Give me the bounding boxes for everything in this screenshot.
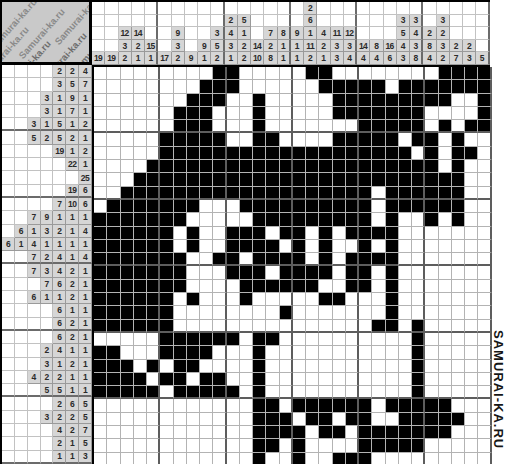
grid-cell-r13-c6[interactable] bbox=[160, 227, 173, 240]
grid-cell-r27-c10[interactable] bbox=[213, 413, 226, 426]
grid-cell-r12-c5[interactable] bbox=[147, 213, 160, 226]
grid-cell-r6-c29[interactable] bbox=[465, 133, 478, 146]
grid-cell-r18-c11[interactable] bbox=[227, 293, 240, 306]
grid-cell-r2-c7[interactable] bbox=[174, 80, 187, 93]
grid-cell-r23-c16[interactable] bbox=[293, 360, 306, 373]
grid-cell-r2-c8[interactable] bbox=[187, 80, 200, 93]
grid-cell-r7-c26[interactable] bbox=[425, 147, 438, 160]
grid-cell-r1-c4[interactable] bbox=[134, 67, 147, 80]
grid-cell-r18-c30[interactable] bbox=[478, 293, 491, 306]
grid-cell-r24-c15[interactable] bbox=[280, 373, 293, 386]
grid-cell-r6-c9[interactable] bbox=[200, 133, 213, 146]
grid-cell-r3-c26[interactable] bbox=[425, 94, 438, 107]
grid-cell-r27-c15[interactable] bbox=[280, 413, 293, 426]
grid-cell-r23-c24[interactable] bbox=[399, 360, 412, 373]
grid-cell-r3-c7[interactable] bbox=[174, 94, 187, 107]
grid-cell-r11-c1[interactable] bbox=[94, 200, 107, 213]
grid-cell-r20-c6[interactable] bbox=[160, 320, 173, 333]
grid-cell-r16-c26[interactable] bbox=[425, 266, 438, 279]
grid-cell-r12-c11[interactable] bbox=[227, 213, 240, 226]
grid-cell-r22-c1[interactable] bbox=[94, 346, 107, 359]
grid-cell-r30-c16[interactable] bbox=[293, 453, 306, 464]
grid-cell-r17-c1[interactable] bbox=[94, 280, 107, 293]
grid-cell-r22-c8[interactable] bbox=[187, 346, 200, 359]
grid-cell-r21-c16[interactable] bbox=[293, 333, 306, 346]
grid-cell-r5-c13[interactable] bbox=[253, 120, 266, 133]
grid-cell-r26-c25[interactable] bbox=[412, 399, 425, 412]
grid-cell-r10-c24[interactable] bbox=[399, 187, 412, 200]
grid-cell-r3-c20[interactable] bbox=[346, 94, 359, 107]
grid-cell-r2-c30[interactable] bbox=[478, 80, 491, 93]
grid-cell-r30-c18[interactable] bbox=[319, 453, 332, 464]
grid-cell-r22-c10[interactable] bbox=[213, 346, 226, 359]
grid-cell-r8-c18[interactable] bbox=[319, 160, 332, 173]
grid-cell-r26-c17[interactable] bbox=[306, 399, 319, 412]
grid-cell-r3-c15[interactable] bbox=[280, 94, 293, 107]
grid-cell-r27-c8[interactable] bbox=[187, 413, 200, 426]
grid-cell-r26-c14[interactable] bbox=[266, 399, 279, 412]
grid-cell-r12-c1[interactable] bbox=[94, 213, 107, 226]
grid-cell-r16-c22[interactable] bbox=[372, 266, 385, 279]
grid-cell-r17-c19[interactable] bbox=[333, 280, 346, 293]
grid-cell-r8-c1[interactable] bbox=[94, 160, 107, 173]
grid-cell-r29-c22[interactable] bbox=[372, 439, 385, 452]
grid-cell-r14-c1[interactable] bbox=[94, 240, 107, 253]
grid-cell-r14-c18[interactable] bbox=[319, 240, 332, 253]
grid-cell-r28-c1[interactable] bbox=[94, 426, 107, 439]
grid-cell-r12-c20[interactable] bbox=[346, 213, 359, 226]
grid-cell-r22-c22[interactable] bbox=[372, 346, 385, 359]
grid-cell-r25-c5[interactable] bbox=[147, 386, 160, 399]
grid-cell-r18-c2[interactable] bbox=[107, 293, 120, 306]
grid-cell-r4-c18[interactable] bbox=[319, 107, 332, 120]
grid-cell-r12-c9[interactable] bbox=[200, 213, 213, 226]
grid-cell-r28-c7[interactable] bbox=[174, 426, 187, 439]
grid-cell-r28-c26[interactable] bbox=[425, 426, 438, 439]
grid-cell-r20-c3[interactable] bbox=[121, 320, 134, 333]
grid-cell-r10-c22[interactable] bbox=[372, 187, 385, 200]
grid-cell-r9-c13[interactable] bbox=[253, 173, 266, 186]
grid-cell-r22-c6[interactable] bbox=[160, 346, 173, 359]
grid-cell-r2-c20[interactable] bbox=[346, 80, 359, 93]
grid-cell-r15-c8[interactable] bbox=[187, 253, 200, 266]
grid-cell-r14-c8[interactable] bbox=[187, 240, 200, 253]
grid-cell-r9-c7[interactable] bbox=[174, 173, 187, 186]
grid-cell-r8-c30[interactable] bbox=[478, 160, 491, 173]
grid-cell-r29-c30[interactable] bbox=[478, 439, 491, 452]
grid-cell-r11-c26[interactable] bbox=[425, 200, 438, 213]
grid-cell-r15-c17[interactable] bbox=[306, 253, 319, 266]
grid-cell-r3-c8[interactable] bbox=[187, 94, 200, 107]
grid-cell-r15-c6[interactable] bbox=[160, 253, 173, 266]
grid-cell-r2-c27[interactable] bbox=[439, 80, 452, 93]
grid-cell-r25-c9[interactable] bbox=[200, 386, 213, 399]
grid-cell-r7-c25[interactable] bbox=[412, 147, 425, 160]
grid-cell-r12-c18[interactable] bbox=[319, 213, 332, 226]
grid-cell-r16-c14[interactable] bbox=[266, 266, 279, 279]
grid-cell-r20-c23[interactable] bbox=[386, 320, 399, 333]
grid-cell-r18-c27[interactable] bbox=[439, 293, 452, 306]
grid-cell-r25-c2[interactable] bbox=[107, 386, 120, 399]
grid-cell-r25-c13[interactable] bbox=[253, 386, 266, 399]
grid-cell-r10-c4[interactable] bbox=[134, 187, 147, 200]
grid-cell-r5-c2[interactable] bbox=[107, 120, 120, 133]
grid-cell-r1-c26[interactable] bbox=[425, 67, 438, 80]
grid-cell-r13-c29[interactable] bbox=[465, 227, 478, 240]
grid-cell-r23-c12[interactable] bbox=[240, 360, 253, 373]
grid-cell-r4-c19[interactable] bbox=[333, 107, 346, 120]
grid-cell-r11-c11[interactable] bbox=[227, 200, 240, 213]
grid-cell-r7-c19[interactable] bbox=[333, 147, 346, 160]
grid-cell-r10-c21[interactable] bbox=[359, 187, 372, 200]
grid-cell-r6-c4[interactable] bbox=[134, 133, 147, 146]
grid-cell-r20-c28[interactable] bbox=[452, 320, 465, 333]
grid-cell-r8-c29[interactable] bbox=[465, 160, 478, 173]
grid-cell-r30-c9[interactable] bbox=[200, 453, 213, 464]
grid-cell-r21-c14[interactable] bbox=[266, 333, 279, 346]
grid-cell-r14-c29[interactable] bbox=[465, 240, 478, 253]
grid-cell-r2-c13[interactable] bbox=[253, 80, 266, 93]
grid-cell-r6-c11[interactable] bbox=[227, 133, 240, 146]
grid-cell-r30-c21[interactable] bbox=[359, 453, 372, 464]
grid-cell-r20-c20[interactable] bbox=[346, 320, 359, 333]
grid-cell-r11-c13[interactable] bbox=[253, 200, 266, 213]
grid-cell-r21-c13[interactable] bbox=[253, 333, 266, 346]
grid-cell-r26-c20[interactable] bbox=[346, 399, 359, 412]
grid-cell-r20-c4[interactable] bbox=[134, 320, 147, 333]
grid-cell-r4-c5[interactable] bbox=[147, 107, 160, 120]
grid-cell-r7-c4[interactable] bbox=[134, 147, 147, 160]
grid-cell-r22-c24[interactable] bbox=[399, 346, 412, 359]
grid-cell-r4-c12[interactable] bbox=[240, 107, 253, 120]
grid-cell-r30-c7[interactable] bbox=[174, 453, 187, 464]
grid-cell-r26-c4[interactable] bbox=[134, 399, 147, 412]
grid-cell-r6-c23[interactable] bbox=[386, 133, 399, 146]
grid-cell-r6-c20[interactable] bbox=[346, 133, 359, 146]
grid-cell-r19-c8[interactable] bbox=[187, 306, 200, 319]
grid-cell-r18-c3[interactable] bbox=[121, 293, 134, 306]
grid-cell-r21-c27[interactable] bbox=[439, 333, 452, 346]
grid-cell-r21-c19[interactable] bbox=[333, 333, 346, 346]
grid-cell-r13-c8[interactable] bbox=[187, 227, 200, 240]
grid-cell-r3-c30[interactable] bbox=[478, 94, 491, 107]
grid-cell-r29-c24[interactable] bbox=[399, 439, 412, 452]
grid-cell-r2-c16[interactable] bbox=[293, 80, 306, 93]
grid-cell-r18-c29[interactable] bbox=[465, 293, 478, 306]
grid-cell-r23-c9[interactable] bbox=[200, 360, 213, 373]
grid-cell-r13-c15[interactable] bbox=[280, 227, 293, 240]
grid-cell-r26-c2[interactable] bbox=[107, 399, 120, 412]
grid-cell-r21-c29[interactable] bbox=[465, 333, 478, 346]
grid-cell-r16-c18[interactable] bbox=[319, 266, 332, 279]
grid-cell-r9-c4[interactable] bbox=[134, 173, 147, 186]
grid-cell-r11-c8[interactable] bbox=[187, 200, 200, 213]
grid-cell-r9-c6[interactable] bbox=[160, 173, 173, 186]
grid-cell-r22-c20[interactable] bbox=[346, 346, 359, 359]
grid-cell-r2-c14[interactable] bbox=[266, 80, 279, 93]
grid-cell-r4-c29[interactable] bbox=[465, 107, 478, 120]
grid-cell-r30-c26[interactable] bbox=[425, 453, 438, 464]
grid-cell-r14-c25[interactable] bbox=[412, 240, 425, 253]
grid-cell-r17-c22[interactable] bbox=[372, 280, 385, 293]
grid-cell-r11-c10[interactable] bbox=[213, 200, 226, 213]
grid-cell-r22-c28[interactable] bbox=[452, 346, 465, 359]
grid-cell-r8-c9[interactable] bbox=[200, 160, 213, 173]
grid-cell-r1-c20[interactable] bbox=[346, 67, 359, 80]
grid-cell-r30-c29[interactable] bbox=[465, 453, 478, 464]
grid-cell-r1-c27[interactable] bbox=[439, 67, 452, 80]
grid-cell-r22-c21[interactable] bbox=[359, 346, 372, 359]
grid-cell-r5-c12[interactable] bbox=[240, 120, 253, 133]
grid-cell-r17-c13[interactable] bbox=[253, 280, 266, 293]
grid-cell-r16-c19[interactable] bbox=[333, 266, 346, 279]
grid-cell-r21-c20[interactable] bbox=[346, 333, 359, 346]
grid-cell-r29-c23[interactable] bbox=[386, 439, 399, 452]
grid-cell-r7-c3[interactable] bbox=[121, 147, 134, 160]
grid-cell-r23-c11[interactable] bbox=[227, 360, 240, 373]
grid-cell-r26-c12[interactable] bbox=[240, 399, 253, 412]
grid-cell-r7-c29[interactable] bbox=[465, 147, 478, 160]
grid-cell-r21-c28[interactable] bbox=[452, 333, 465, 346]
grid-cell-r6-c24[interactable] bbox=[399, 133, 412, 146]
grid-cell-r2-c26[interactable] bbox=[425, 80, 438, 93]
grid-cell-r1-c22[interactable] bbox=[372, 67, 385, 80]
grid-cell-r2-c3[interactable] bbox=[121, 80, 134, 93]
grid-cell-r1-c18[interactable] bbox=[319, 67, 332, 80]
grid-cell-r20-c30[interactable] bbox=[478, 320, 491, 333]
grid-cell-r29-c28[interactable] bbox=[452, 439, 465, 452]
grid-cell-r23-c5[interactable] bbox=[147, 360, 160, 373]
grid-cell-r12-c6[interactable] bbox=[160, 213, 173, 226]
grid-cell-r27-c25[interactable] bbox=[412, 413, 425, 426]
grid-cell-r20-c22[interactable] bbox=[372, 320, 385, 333]
grid-cell-r23-c20[interactable] bbox=[346, 360, 359, 373]
grid-cell-r25-c19[interactable] bbox=[333, 386, 346, 399]
grid-cell-r16-c20[interactable] bbox=[346, 266, 359, 279]
grid-cell-r3-c18[interactable] bbox=[319, 94, 332, 107]
grid-cell-r13-c7[interactable] bbox=[174, 227, 187, 240]
grid-cell-r22-c4[interactable] bbox=[134, 346, 147, 359]
grid-cell-r28-c18[interactable] bbox=[319, 426, 332, 439]
grid-cell-r13-c18[interactable] bbox=[319, 227, 332, 240]
grid-cell-r2-c5[interactable] bbox=[147, 80, 160, 93]
grid-cell-r18-c18[interactable] bbox=[319, 293, 332, 306]
grid-cell-r3-c4[interactable] bbox=[134, 94, 147, 107]
grid-cell-r27-c3[interactable] bbox=[121, 413, 134, 426]
grid-cell-r18-c5[interactable] bbox=[147, 293, 160, 306]
grid-cell-r14-c30[interactable] bbox=[478, 240, 491, 253]
grid-cell-r8-c5[interactable] bbox=[147, 160, 160, 173]
grid-cell-r6-c6[interactable] bbox=[160, 133, 173, 146]
grid-cell-r5-c23[interactable] bbox=[386, 120, 399, 133]
grid-cell-r10-c8[interactable] bbox=[187, 187, 200, 200]
grid-cell-r5-c3[interactable] bbox=[121, 120, 134, 133]
grid-cell-r5-c5[interactable] bbox=[147, 120, 160, 133]
grid-cell-r1-c17[interactable] bbox=[306, 67, 319, 80]
grid-cell-r15-c13[interactable] bbox=[253, 253, 266, 266]
grid-cell-r25-c23[interactable] bbox=[386, 386, 399, 399]
grid-cell-r2-c4[interactable] bbox=[134, 80, 147, 93]
grid-cell-r1-c3[interactable] bbox=[121, 67, 134, 80]
grid-cell-r13-c13[interactable] bbox=[253, 227, 266, 240]
grid-cell-r26-c24[interactable] bbox=[399, 399, 412, 412]
grid-cell-r21-c23[interactable] bbox=[386, 333, 399, 346]
grid-cell-r30-c5[interactable] bbox=[147, 453, 160, 464]
grid-cell-r4-c13[interactable] bbox=[253, 107, 266, 120]
grid-cell-r28-c4[interactable] bbox=[134, 426, 147, 439]
grid-cell-r18-c15[interactable] bbox=[280, 293, 293, 306]
grid-cell-r20-c10[interactable] bbox=[213, 320, 226, 333]
grid-cell-r3-c27[interactable] bbox=[439, 94, 452, 107]
grid-cell-r27-c5[interactable] bbox=[147, 413, 160, 426]
grid-cell-r15-c23[interactable] bbox=[386, 253, 399, 266]
grid-cell-r8-c22[interactable] bbox=[372, 160, 385, 173]
grid-cell-r29-c14[interactable] bbox=[266, 439, 279, 452]
grid-cell-r4-c30[interactable] bbox=[478, 107, 491, 120]
grid-cell-r14-c6[interactable] bbox=[160, 240, 173, 253]
grid-cell-r15-c10[interactable] bbox=[213, 253, 226, 266]
grid-cell-r20-c1[interactable] bbox=[94, 320, 107, 333]
grid-cell-r18-c22[interactable] bbox=[372, 293, 385, 306]
grid-cell-r13-c21[interactable] bbox=[359, 227, 372, 240]
grid-cell-r4-c23[interactable] bbox=[386, 107, 399, 120]
grid-cell-r11-c25[interactable] bbox=[412, 200, 425, 213]
grid-cell-r30-c27[interactable] bbox=[439, 453, 452, 464]
grid-cell-r9-c20[interactable] bbox=[346, 173, 359, 186]
grid-cell-r17-c10[interactable] bbox=[213, 280, 226, 293]
grid-cell-r13-c12[interactable] bbox=[240, 227, 253, 240]
grid-cell-r3-c23[interactable] bbox=[386, 94, 399, 107]
grid-cell-r16-c17[interactable] bbox=[306, 266, 319, 279]
grid-cell-r20-c16[interactable] bbox=[293, 320, 306, 333]
grid-cell-r9-c18[interactable] bbox=[319, 173, 332, 186]
grid-cell-r30-c20[interactable] bbox=[346, 453, 359, 464]
grid-cell-r14-c22[interactable] bbox=[372, 240, 385, 253]
grid-cell-r24-c7[interactable] bbox=[174, 373, 187, 386]
grid-cell-r12-c27[interactable] bbox=[439, 213, 452, 226]
grid-cell-r15-c19[interactable] bbox=[333, 253, 346, 266]
grid-cell-r14-c17[interactable] bbox=[306, 240, 319, 253]
grid-cell-r23-c27[interactable] bbox=[439, 360, 452, 373]
grid-cell-r17-c17[interactable] bbox=[306, 280, 319, 293]
grid-cell-r25-c1[interactable] bbox=[94, 386, 107, 399]
grid-cell-r3-c28[interactable] bbox=[452, 94, 465, 107]
grid-cell-r29-c3[interactable] bbox=[121, 439, 134, 452]
grid-cell-r3-c6[interactable] bbox=[160, 94, 173, 107]
grid-cell-r12-c24[interactable] bbox=[399, 213, 412, 226]
grid-cell-r27-c28[interactable] bbox=[452, 413, 465, 426]
grid-cell-r12-c15[interactable] bbox=[280, 213, 293, 226]
grid-cell-r17-c16[interactable] bbox=[293, 280, 306, 293]
grid-cell-r1-c30[interactable] bbox=[478, 67, 491, 80]
grid-cell-r27-c21[interactable] bbox=[359, 413, 372, 426]
grid-cell-r15-c28[interactable] bbox=[452, 253, 465, 266]
grid-cell-r19-c27[interactable] bbox=[439, 306, 452, 319]
grid-cell-r16-c30[interactable] bbox=[478, 266, 491, 279]
grid-cell-r28-c17[interactable] bbox=[306, 426, 319, 439]
grid-cell-r4-c25[interactable] bbox=[412, 107, 425, 120]
grid-cell-r17-c5[interactable] bbox=[147, 280, 160, 293]
grid-cell-r1-c16[interactable] bbox=[293, 67, 306, 80]
grid-cell-r30-c13[interactable] bbox=[253, 453, 266, 464]
grid-cell-r13-c2[interactable] bbox=[107, 227, 120, 240]
grid-cell-r12-c17[interactable] bbox=[306, 213, 319, 226]
grid-cell-r20-c26[interactable] bbox=[425, 320, 438, 333]
grid-cell-r27-c24[interactable] bbox=[399, 413, 412, 426]
grid-cell-r26-c26[interactable] bbox=[425, 399, 438, 412]
grid-cell-r14-c9[interactable] bbox=[200, 240, 213, 253]
grid-cell-r17-c25[interactable] bbox=[412, 280, 425, 293]
grid-cell-r4-c8[interactable] bbox=[187, 107, 200, 120]
grid-cell-r9-c21[interactable] bbox=[359, 173, 372, 186]
grid-cell-r26-c22[interactable] bbox=[372, 399, 385, 412]
grid-cell-r21-c25[interactable] bbox=[412, 333, 425, 346]
grid-cell-r12-c23[interactable] bbox=[386, 213, 399, 226]
grid-cell-r25-c6[interactable] bbox=[160, 386, 173, 399]
grid-cell-r23-c1[interactable] bbox=[94, 360, 107, 373]
grid-cell-r25-c27[interactable] bbox=[439, 386, 452, 399]
grid-cell-r13-c14[interactable] bbox=[266, 227, 279, 240]
grid-cell-r15-c11[interactable] bbox=[227, 253, 240, 266]
grid-cell-r25-c10[interactable] bbox=[213, 386, 226, 399]
grid-cell-r4-c28[interactable] bbox=[452, 107, 465, 120]
grid-cell-r28-c23[interactable] bbox=[386, 426, 399, 439]
grid-cell-r19-c10[interactable] bbox=[213, 306, 226, 319]
grid-cell-r17-c26[interactable] bbox=[425, 280, 438, 293]
grid-cell-r5-c25[interactable] bbox=[412, 120, 425, 133]
grid-cell-r29-c1[interactable] bbox=[94, 439, 107, 452]
grid-cell-r25-c11[interactable] bbox=[227, 386, 240, 399]
grid-cell-r22-c16[interactable] bbox=[293, 346, 306, 359]
grid-cell-r17-c11[interactable] bbox=[227, 280, 240, 293]
grid-cell-r18-c19[interactable] bbox=[333, 293, 346, 306]
grid-cell-r5-c15[interactable] bbox=[280, 120, 293, 133]
grid-cell-r27-c9[interactable] bbox=[200, 413, 213, 426]
grid-cell-r24-c1[interactable] bbox=[94, 373, 107, 386]
grid-cell-r16-c3[interactable] bbox=[121, 266, 134, 279]
grid-cell-r16-c13[interactable] bbox=[253, 266, 266, 279]
grid-cell-r10-c10[interactable] bbox=[213, 187, 226, 200]
grid-cell-r4-c9[interactable] bbox=[200, 107, 213, 120]
grid-cell-r15-c25[interactable] bbox=[412, 253, 425, 266]
grid-cell-r14-c4[interactable] bbox=[134, 240, 147, 253]
grid-cell-r10-c30[interactable] bbox=[478, 187, 491, 200]
grid-cell-r20-c24[interactable] bbox=[399, 320, 412, 333]
grid-cell-r19-c17[interactable] bbox=[306, 306, 319, 319]
grid-cell-r20-c5[interactable] bbox=[147, 320, 160, 333]
grid-cell-r13-c25[interactable] bbox=[412, 227, 425, 240]
grid-cell-r13-c26[interactable] bbox=[425, 227, 438, 240]
grid-cell-r28-c8[interactable] bbox=[187, 426, 200, 439]
grid-cell-r3-c16[interactable] bbox=[293, 94, 306, 107]
grid-cell-r15-c22[interactable] bbox=[372, 253, 385, 266]
grid-cell-r13-c24[interactable] bbox=[399, 227, 412, 240]
grid-cell-r28-c12[interactable] bbox=[240, 426, 253, 439]
grid-cell-r29-c20[interactable] bbox=[346, 439, 359, 452]
grid-cell-r24-c24[interactable] bbox=[399, 373, 412, 386]
grid-cell-r11-c3[interactable] bbox=[121, 200, 134, 213]
grid-cell-r1-c15[interactable] bbox=[280, 67, 293, 80]
grid-cell-r9-c10[interactable] bbox=[213, 173, 226, 186]
grid-cell-r18-c16[interactable] bbox=[293, 293, 306, 306]
grid-cell-r5-c22[interactable] bbox=[372, 120, 385, 133]
grid-cell-r20-c27[interactable] bbox=[439, 320, 452, 333]
grid-cell-r11-c14[interactable] bbox=[266, 200, 279, 213]
grid-cell-r19-c28[interactable] bbox=[452, 306, 465, 319]
grid-cell-r19-c29[interactable] bbox=[465, 306, 478, 319]
grid-cell-r9-c15[interactable] bbox=[280, 173, 293, 186]
grid-cell-r10-c3[interactable] bbox=[121, 187, 134, 200]
